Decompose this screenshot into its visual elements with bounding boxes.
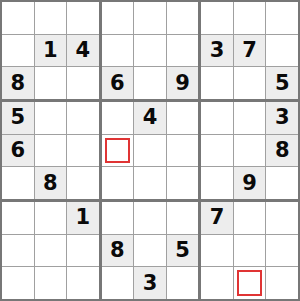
box-3-2: 853 — [102, 202, 199, 299]
cell-r4c9[interactable]: 3 — [266, 102, 298, 134]
cell-r7c9[interactable] — [266, 202, 298, 234]
cell-r6c3[interactable] — [67, 167, 99, 199]
cell-r3c6[interactable]: 9 — [167, 67, 199, 99]
cell-r8c4[interactable]: 8 — [102, 235, 134, 267]
cell-r1c9[interactable] — [266, 2, 298, 34]
cell-r6c1[interactable] — [2, 167, 34, 199]
cell-r7c6[interactable] — [167, 202, 199, 234]
cell-r5c3[interactable] — [67, 135, 99, 167]
cell-r3c1[interactable]: 8 — [2, 67, 34, 99]
highlight-outline — [237, 270, 263, 296]
cell-r7c3[interactable]: 1 — [67, 202, 99, 234]
box-2-1: 568 — [2, 102, 99, 199]
cell-r8c7[interactable] — [201, 235, 233, 267]
cell-r3c5[interactable] — [134, 67, 166, 99]
cell-r6c4[interactable] — [102, 167, 134, 199]
cell-r7c2[interactable] — [35, 202, 67, 234]
cell-r3c7[interactable] — [201, 67, 233, 99]
cell-r6c7[interactable] — [201, 167, 233, 199]
cell-r2c4[interactable] — [102, 35, 134, 67]
box-1-2: 69 — [102, 2, 199, 99]
cell-r1c3[interactable] — [67, 2, 99, 34]
sudoku-board: 14869375568438918537 — [0, 0, 300, 301]
cell-r1c5[interactable] — [134, 2, 166, 34]
cell-r5c5[interactable] — [134, 135, 166, 167]
cell-r5c1[interactable]: 6 — [2, 135, 34, 167]
cell-r1c7[interactable] — [201, 2, 233, 34]
cell-r4c8[interactable] — [234, 102, 266, 134]
cell-r8c6[interactable]: 5 — [167, 235, 199, 267]
cell-r3c2[interactable] — [35, 67, 67, 99]
cell-r4c3[interactable] — [67, 102, 99, 134]
cell-r5c8[interactable] — [234, 135, 266, 167]
cell-r9c7[interactable] — [201, 267, 233, 299]
cell-r3c8[interactable] — [234, 67, 266, 99]
cell-r7c4[interactable] — [102, 202, 134, 234]
box-2-3: 389 — [201, 102, 298, 199]
highlight-outline — [105, 138, 131, 164]
cell-r2c1[interactable] — [2, 35, 34, 67]
cell-r3c3[interactable] — [67, 67, 99, 99]
cell-r8c5[interactable] — [134, 235, 166, 267]
cell-r5c6[interactable] — [167, 135, 199, 167]
cell-r9c2[interactable] — [35, 267, 67, 299]
cell-r2c3[interactable]: 4 — [67, 35, 99, 67]
cell-r8c9[interactable] — [266, 235, 298, 267]
cell-r9c5[interactable]: 3 — [134, 267, 166, 299]
cell-r7c5[interactable] — [134, 202, 166, 234]
cell-r1c8[interactable] — [234, 2, 266, 34]
cell-r2c6[interactable] — [167, 35, 199, 67]
cell-r2c8[interactable]: 7 — [234, 35, 266, 67]
cell-r9c9[interactable] — [266, 267, 298, 299]
cell-r2c2[interactable]: 1 — [35, 35, 67, 67]
cell-r8c8[interactable] — [234, 235, 266, 267]
cell-r9c8[interactable] — [234, 267, 266, 299]
cell-r1c2[interactable] — [35, 2, 67, 34]
box-2-2: 4 — [102, 102, 199, 199]
cell-r4c2[interactable] — [35, 102, 67, 134]
cell-r7c8[interactable] — [234, 202, 266, 234]
cell-r6c9[interactable] — [266, 167, 298, 199]
cell-r7c1[interactable] — [2, 202, 34, 234]
cell-r1c6[interactable] — [167, 2, 199, 34]
cell-r6c8[interactable]: 9 — [234, 167, 266, 199]
cell-r2c9[interactable] — [266, 35, 298, 67]
cell-r5c2[interactable] — [35, 135, 67, 167]
box-1-3: 375 — [201, 2, 298, 99]
cell-r6c2[interactable]: 8 — [35, 167, 67, 199]
box-3-1: 1 — [2, 202, 99, 299]
cell-r6c5[interactable] — [134, 167, 166, 199]
cell-r4c7[interactable] — [201, 102, 233, 134]
cell-r1c1[interactable] — [2, 2, 34, 34]
cell-r9c1[interactable] — [2, 267, 34, 299]
box-3-3: 7 — [201, 202, 298, 299]
cell-r6c6[interactable] — [167, 167, 199, 199]
cell-r3c9[interactable]: 5 — [266, 67, 298, 99]
cell-r8c1[interactable] — [2, 235, 34, 267]
cell-r9c6[interactable] — [167, 267, 199, 299]
cell-r8c3[interactable] — [67, 235, 99, 267]
box-1-1: 148 — [2, 2, 99, 99]
cell-r9c4[interactable] — [102, 267, 134, 299]
cell-r4c4[interactable] — [102, 102, 134, 134]
cell-r2c5[interactable] — [134, 35, 166, 67]
cell-r4c1[interactable]: 5 — [2, 102, 34, 134]
cell-r4c5[interactable]: 4 — [134, 102, 166, 134]
cell-r9c3[interactable] — [67, 267, 99, 299]
cell-r7c7[interactable]: 7 — [201, 202, 233, 234]
cell-r2c7[interactable]: 3 — [201, 35, 233, 67]
cell-r5c9[interactable]: 8 — [266, 135, 298, 167]
cell-r8c2[interactable] — [35, 235, 67, 267]
cell-r5c4[interactable] — [102, 135, 134, 167]
cell-r4c6[interactable] — [167, 102, 199, 134]
cell-r5c7[interactable] — [201, 135, 233, 167]
cell-r3c4[interactable]: 6 — [102, 67, 134, 99]
cell-r1c4[interactable] — [102, 2, 134, 34]
